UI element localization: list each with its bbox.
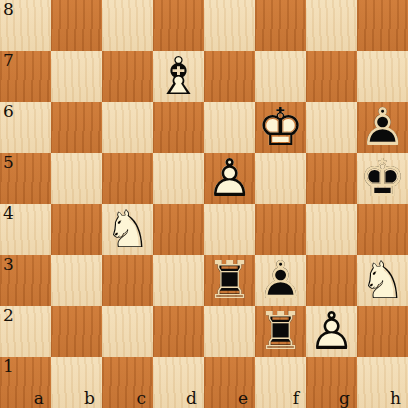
white-knight-outline-glyph: ♘ [102,203,153,254]
square-c2[interactable] [102,306,153,357]
white-pawn-piece[interactable]: ♟♙ [306,306,357,357]
square-c6[interactable] [102,102,153,153]
square-f7[interactable] [255,51,306,102]
square-g4[interactable] [306,204,357,255]
white-pawn-piece[interactable]: ♟♙ [204,153,255,204]
black-rook-outline-glyph: ♖ [204,254,255,305]
rank-label-8: 8 [3,1,14,18]
black-rook-piece[interactable]: ♜♖ [255,306,306,357]
rank-label-5: 5 [3,154,14,171]
square-c5[interactable] [102,153,153,204]
square-b7[interactable] [51,51,102,102]
square-g2[interactable]: ♟♙ [306,306,357,357]
square-e4[interactable] [204,204,255,255]
black-pawn-outline-glyph: ♙ [357,101,408,152]
square-f1[interactable]: f [255,357,306,408]
square-g5[interactable] [306,153,357,204]
square-b4[interactable] [51,204,102,255]
square-g6[interactable] [306,102,357,153]
white-knight-piece[interactable]: ♞♘ [102,204,153,255]
square-h3[interactable]: ♞♘ [357,255,408,306]
rank-label-7: 7 [3,52,14,69]
rank-label-1: 1 [3,358,14,375]
square-a6[interactable]: 6 [0,102,51,153]
square-d5[interactable] [153,153,204,204]
white-knight-outline-glyph: ♘ [357,254,408,305]
square-b2[interactable] [51,306,102,357]
square-h7[interactable] [357,51,408,102]
white-pawn-outline-glyph: ♙ [306,305,357,356]
square-e7[interactable] [204,51,255,102]
square-h8[interactable] [357,0,408,51]
square-h2[interactable] [357,306,408,357]
square-g8[interactable] [306,0,357,51]
square-d7[interactable]: ♝♗ [153,51,204,102]
rank-label-4: 4 [3,205,14,222]
black-pawn-piece[interactable]: ♟♙ [255,255,306,306]
square-a7[interactable]: 7 [0,51,51,102]
square-h6[interactable]: ♟♙ [357,102,408,153]
square-e6[interactable] [204,102,255,153]
square-a3[interactable]: 3 [0,255,51,306]
file-label-c: c [136,390,146,407]
square-h1[interactable]: h [357,357,408,408]
rank-label-2: 2 [3,307,14,324]
square-a8[interactable]: 8 [0,0,51,51]
square-a2[interactable]: 2 [0,306,51,357]
black-king-outline-glyph: ♔ [357,152,408,203]
black-rook-outline-glyph: ♖ [255,305,306,356]
file-label-g: g [339,390,350,407]
square-f3[interactable]: ♟♙ [255,255,306,306]
square-d4[interactable] [153,204,204,255]
square-d6[interactable] [153,102,204,153]
square-f6[interactable]: ♚♔ [255,102,306,153]
square-b5[interactable] [51,153,102,204]
file-label-a: a [34,390,44,407]
black-rook-piece[interactable]: ♜♖ [204,255,255,306]
file-label-h: h [390,390,401,407]
square-c7[interactable] [102,51,153,102]
white-king-piece[interactable]: ♚♔ [255,102,306,153]
white-pawn-outline-glyph: ♙ [204,152,255,203]
square-f2[interactable]: ♜♖ [255,306,306,357]
black-king-piece[interactable]: ♚♔ [357,153,408,204]
square-e3[interactable]: ♜♖ [204,255,255,306]
square-c4[interactable]: ♞♘ [102,204,153,255]
rank-label-3: 3 [3,256,14,273]
square-h5[interactable]: ♚♔ [357,153,408,204]
white-bishop-piece[interactable]: ♝♗ [153,51,204,102]
square-a5[interactable]: 5 [0,153,51,204]
black-pawn-outline-glyph: ♙ [255,254,306,305]
white-knight-piece[interactable]: ♞♘ [357,255,408,306]
square-e2[interactable] [204,306,255,357]
square-c8[interactable] [102,0,153,51]
square-b8[interactable] [51,0,102,51]
square-g1[interactable]: g [306,357,357,408]
file-label-b: b [84,390,95,407]
square-e8[interactable] [204,0,255,51]
white-king-outline-glyph: ♔ [255,101,306,152]
square-a4[interactable]: 4 [0,204,51,255]
chess-board: 87♝♗6♚♔♟♙5♟♙♚♔4♞♘3♜♖♟♙♞♘2♜♖♟♙1abcdefgh [0,0,408,408]
square-h4[interactable] [357,204,408,255]
square-a1[interactable]: 1a [0,357,51,408]
square-f5[interactable] [255,153,306,204]
square-b1[interactable]: b [51,357,102,408]
square-f8[interactable] [255,0,306,51]
square-g7[interactable] [306,51,357,102]
square-d8[interactable] [153,0,204,51]
file-label-f: f [293,390,299,407]
square-e1[interactable]: e [204,357,255,408]
file-label-e: e [238,390,248,407]
square-c1[interactable]: c [102,357,153,408]
square-d1[interactable]: d [153,357,204,408]
white-bishop-outline-glyph: ♗ [153,50,204,101]
rank-label-6: 6 [3,103,14,120]
black-pawn-piece[interactable]: ♟♙ [357,102,408,153]
square-e5[interactable]: ♟♙ [204,153,255,204]
square-g3[interactable] [306,255,357,306]
file-label-d: d [186,390,197,407]
square-f4[interactable] [255,204,306,255]
square-b3[interactable] [51,255,102,306]
square-d2[interactable] [153,306,204,357]
square-c3[interactable] [102,255,153,306]
square-d3[interactable] [153,255,204,306]
square-b6[interactable] [51,102,102,153]
